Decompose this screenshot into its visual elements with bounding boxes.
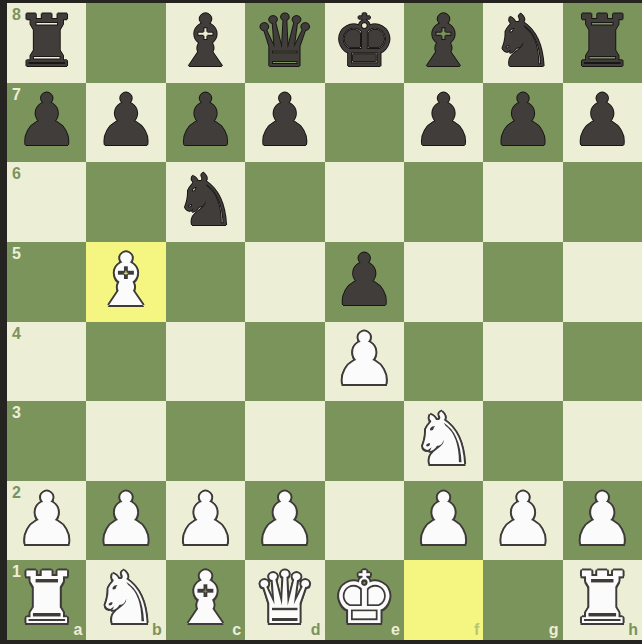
white-pawn-c2[interactable]: ♟ <box>173 483 238 555</box>
square-f6[interactable] <box>404 162 483 242</box>
white-pawn-h2[interactable]: ♟ <box>570 483 635 555</box>
square-f3[interactable]: ♞ <box>404 401 483 481</box>
rank-label-4: 4 <box>12 326 21 342</box>
square-f8[interactable]: ♝ <box>404 3 483 83</box>
square-e3[interactable] <box>325 401 404 481</box>
black-pawn-a7[interactable]: ♟ <box>14 84 79 156</box>
file-label-g: g <box>549 622 559 638</box>
square-c4[interactable] <box>166 322 245 402</box>
square-a7[interactable]: 7♟ <box>7 83 86 163</box>
square-h5[interactable] <box>563 242 642 322</box>
square-d6[interactable] <box>245 162 324 242</box>
white-queen-d1[interactable]: ♛ <box>253 562 318 634</box>
white-pawn-b2[interactable]: ♟ <box>94 483 159 555</box>
black-bishop-c8[interactable]: ♝ <box>173 5 238 77</box>
square-d2[interactable]: ♟ <box>245 481 324 561</box>
square-d1[interactable]: d♛ <box>245 560 324 640</box>
square-d5[interactable] <box>245 242 324 322</box>
rank-label-6: 6 <box>12 166 21 182</box>
chess-board: 8♜♝♛♚♝♞♜7♟♟♟♟♟♟♟6♞5♝♟4♟3♞2♟♟♟♟♟♟♟1a♜b♞c♝… <box>7 3 642 640</box>
white-rook-h1[interactable]: ♜ <box>570 562 635 634</box>
square-d4[interactable] <box>245 322 324 402</box>
square-h6[interactable] <box>563 162 642 242</box>
black-rook-h8[interactable]: ♜ <box>570 5 635 77</box>
black-king-e8[interactable]: ♚ <box>332 5 397 77</box>
square-c5[interactable] <box>166 242 245 322</box>
square-e5[interactable]: ♟ <box>325 242 404 322</box>
white-bishop-c1[interactable]: ♝ <box>173 562 238 634</box>
white-king-e1[interactable]: ♚ <box>332 562 397 634</box>
white-pawn-g2[interactable]: ♟ <box>491 483 556 555</box>
square-f5[interactable] <box>404 242 483 322</box>
square-h4[interactable] <box>563 322 642 402</box>
square-h8[interactable]: ♜ <box>563 3 642 83</box>
square-h7[interactable]: ♟ <box>563 83 642 163</box>
black-pawn-d7[interactable]: ♟ <box>253 84 318 156</box>
square-c8[interactable]: ♝ <box>166 3 245 83</box>
black-pawn-h7[interactable]: ♟ <box>570 84 635 156</box>
square-c7[interactable]: ♟ <box>166 83 245 163</box>
square-c3[interactable] <box>166 401 245 481</box>
square-d8[interactable]: ♛ <box>245 3 324 83</box>
black-pawn-c7[interactable]: ♟ <box>173 84 238 156</box>
square-b8[interactable] <box>86 3 165 83</box>
square-g5[interactable] <box>483 242 562 322</box>
square-e7[interactable] <box>325 83 404 163</box>
square-g7[interactable]: ♟ <box>483 83 562 163</box>
square-h1[interactable]: h♜ <box>563 560 642 640</box>
black-rook-a8[interactable]: ♜ <box>14 5 79 77</box>
square-c6[interactable]: ♞ <box>166 162 245 242</box>
white-knight-f3[interactable]: ♞ <box>411 403 476 475</box>
black-pawn-g7[interactable]: ♟ <box>491 84 556 156</box>
square-f2[interactable]: ♟ <box>404 481 483 561</box>
white-bishop-b5[interactable]: ♝ <box>94 244 159 316</box>
white-pawn-d2[interactable]: ♟ <box>253 483 318 555</box>
black-pawn-f7[interactable]: ♟ <box>411 84 476 156</box>
square-d3[interactable] <box>245 401 324 481</box>
square-g3[interactable] <box>483 401 562 481</box>
square-e4[interactable]: ♟ <box>325 322 404 402</box>
square-a2[interactable]: 2♟ <box>7 481 86 561</box>
white-pawn-f2[interactable]: ♟ <box>411 483 476 555</box>
square-e8[interactable]: ♚ <box>325 3 404 83</box>
black-pawn-e5[interactable]: ♟ <box>332 244 397 316</box>
square-b7[interactable]: ♟ <box>86 83 165 163</box>
square-b2[interactable]: ♟ <box>86 481 165 561</box>
square-a6[interactable]: 6 <box>7 162 86 242</box>
square-e2[interactable] <box>325 481 404 561</box>
square-b1[interactable]: b♞ <box>86 560 165 640</box>
square-g6[interactable] <box>483 162 562 242</box>
black-knight-g8[interactable]: ♞ <box>491 5 556 77</box>
white-rook-a1[interactable]: ♜ <box>14 562 79 634</box>
square-h2[interactable]: ♟ <box>563 481 642 561</box>
square-a5[interactable]: 5 <box>7 242 86 322</box>
square-e6[interactable] <box>325 162 404 242</box>
square-b6[interactable] <box>86 162 165 242</box>
square-f4[interactable] <box>404 322 483 402</box>
square-f7[interactable]: ♟ <box>404 83 483 163</box>
square-b3[interactable] <box>86 401 165 481</box>
black-knight-c6[interactable]: ♞ <box>173 164 238 236</box>
square-g8[interactable]: ♞ <box>483 3 562 83</box>
square-a3[interactable]: 3 <box>7 401 86 481</box>
square-g1[interactable]: g <box>483 560 562 640</box>
square-b5[interactable]: ♝ <box>86 242 165 322</box>
square-c2[interactable]: ♟ <box>166 481 245 561</box>
square-g2[interactable]: ♟ <box>483 481 562 561</box>
white-pawn-e4[interactable]: ♟ <box>332 323 397 395</box>
black-bishop-f8[interactable]: ♝ <box>411 5 476 77</box>
square-a1[interactable]: 1a♜ <box>7 560 86 640</box>
square-h3[interactable] <box>563 401 642 481</box>
white-pawn-a2[interactable]: ♟ <box>14 483 79 555</box>
black-pawn-b7[interactable]: ♟ <box>94 84 159 156</box>
square-a8[interactable]: 8♜ <box>7 3 86 83</box>
black-queen-d8[interactable]: ♛ <box>253 5 318 77</box>
rank-label-3: 3 <box>12 405 21 421</box>
square-f1[interactable]: f <box>404 560 483 640</box>
file-label-f: f <box>474 622 479 638</box>
square-b4[interactable] <box>86 322 165 402</box>
square-a4[interactable]: 4 <box>7 322 86 402</box>
square-d7[interactable]: ♟ <box>245 83 324 163</box>
square-g4[interactable] <box>483 322 562 402</box>
rank-label-5: 5 <box>12 246 21 262</box>
square-c1[interactable]: c♝ <box>166 560 245 640</box>
square-e1[interactable]: e♚ <box>325 560 404 640</box>
white-knight-b1[interactable]: ♞ <box>94 562 159 634</box>
